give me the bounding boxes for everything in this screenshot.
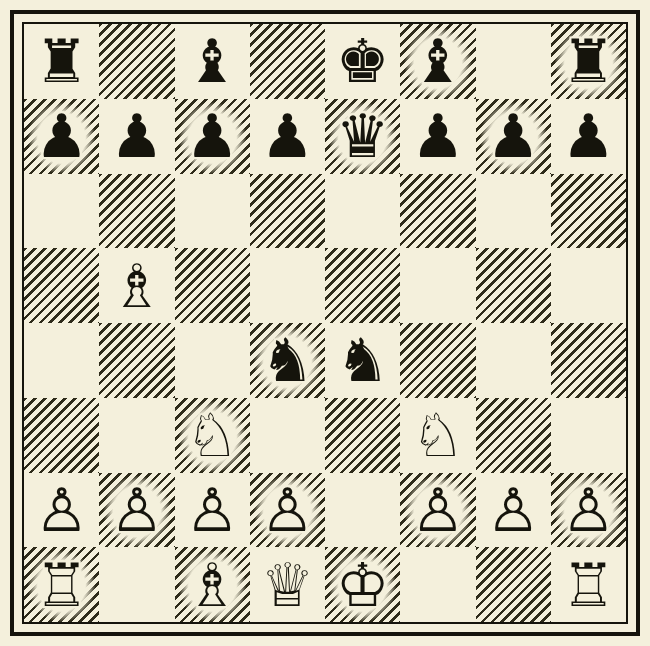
square-h2[interactable]: ♙ — [551, 473, 626, 548]
black-knight-d4[interactable]: ♞ — [250, 323, 325, 398]
black-rook-a8[interactable]: ♜ — [24, 24, 99, 99]
square-c6[interactable] — [175, 174, 250, 249]
square-b8[interactable] — [99, 24, 174, 99]
square-b3[interactable] — [99, 398, 174, 473]
square-b6[interactable] — [99, 174, 174, 249]
square-b4[interactable] — [99, 323, 174, 398]
black-queen-e7[interactable]: ♛ — [325, 99, 400, 174]
black-king-e8[interactable]: ♚ — [325, 24, 400, 99]
square-a2[interactable]: ♙ — [24, 473, 99, 548]
black-pawn-c7[interactable]: ♟ — [175, 99, 250, 174]
square-e1[interactable]: ♔ — [325, 547, 400, 622]
white-bishop-b5[interactable]: ♗ — [99, 248, 174, 323]
square-d8[interactable] — [250, 24, 325, 99]
white-knight-c3[interactable]: ♘ — [175, 398, 250, 473]
square-e7[interactable]: ♛ — [325, 99, 400, 174]
white-pawn-b2[interactable]: ♙ — [99, 473, 174, 548]
white-rook-a1[interactable]: ♖ — [24, 547, 99, 622]
square-g2[interactable]: ♙ — [476, 473, 551, 548]
square-g4[interactable] — [476, 323, 551, 398]
square-a8[interactable]: ♜ — [24, 24, 99, 99]
square-c8[interactable]: ♝ — [175, 24, 250, 99]
square-c3[interactable]: ♘ — [175, 398, 250, 473]
black-knight-e4[interactable]: ♞ — [325, 323, 400, 398]
square-d2[interactable]: ♙ — [250, 473, 325, 548]
square-h6[interactable] — [551, 174, 626, 249]
square-e5[interactable] — [325, 248, 400, 323]
square-d4[interactable]: ♞ — [250, 323, 325, 398]
square-g5[interactable] — [476, 248, 551, 323]
black-bishop-c8[interactable]: ♝ — [175, 24, 250, 99]
square-a6[interactable] — [24, 174, 99, 249]
black-pawn-b7[interactable]: ♟ — [99, 99, 174, 174]
square-c5[interactable] — [175, 248, 250, 323]
black-pawn-a7[interactable]: ♟ — [24, 99, 99, 174]
square-d6[interactable] — [250, 174, 325, 249]
square-f6[interactable] — [400, 174, 475, 249]
white-rook-h1[interactable]: ♖ — [551, 547, 626, 622]
square-c1[interactable]: ♗ — [175, 547, 250, 622]
square-b7[interactable]: ♟ — [99, 99, 174, 174]
white-queen-d1[interactable]: ♕ — [250, 547, 325, 622]
page-background: ♜♝♚♝♜♟♟♟♟♛♟♟♟♗♞♞♘♘♙♙♙♙♙♙♙♖♗♕♔♖ — [0, 0, 650, 646]
chess-board: ♜♝♚♝♜♟♟♟♟♛♟♟♟♗♞♞♘♘♙♙♙♙♙♙♙♖♗♕♔♖ — [24, 24, 626, 622]
square-h1[interactable]: ♖ — [551, 547, 626, 622]
square-h5[interactable] — [551, 248, 626, 323]
black-rook-h8[interactable]: ♜ — [551, 24, 626, 99]
white-king-e1[interactable]: ♔ — [325, 547, 400, 622]
square-e3[interactable] — [325, 398, 400, 473]
square-c7[interactable]: ♟ — [175, 99, 250, 174]
square-f1[interactable] — [400, 547, 475, 622]
square-g8[interactable] — [476, 24, 551, 99]
square-h3[interactable] — [551, 398, 626, 473]
square-a3[interactable] — [24, 398, 99, 473]
board-outer-frame: ♜♝♚♝♜♟♟♟♟♛♟♟♟♗♞♞♘♘♙♙♙♙♙♙♙♖♗♕♔♖ — [10, 10, 640, 636]
square-d3[interactable] — [250, 398, 325, 473]
square-d7[interactable]: ♟ — [250, 99, 325, 174]
square-c4[interactable] — [175, 323, 250, 398]
square-f7[interactable]: ♟ — [400, 99, 475, 174]
white-pawn-d2[interactable]: ♙ — [250, 473, 325, 548]
square-f5[interactable] — [400, 248, 475, 323]
white-pawn-f2[interactable]: ♙ — [400, 473, 475, 548]
square-e4[interactable]: ♞ — [325, 323, 400, 398]
square-g3[interactable] — [476, 398, 551, 473]
black-pawn-f7[interactable]: ♟ — [400, 99, 475, 174]
white-bishop-c1[interactable]: ♗ — [175, 547, 250, 622]
square-g6[interactable] — [476, 174, 551, 249]
square-e6[interactable] — [325, 174, 400, 249]
square-a1[interactable]: ♖ — [24, 547, 99, 622]
white-pawn-g2[interactable]: ♙ — [476, 473, 551, 548]
square-d5[interactable] — [250, 248, 325, 323]
square-b5[interactable]: ♗ — [99, 248, 174, 323]
black-pawn-d7[interactable]: ♟ — [250, 99, 325, 174]
square-f4[interactable] — [400, 323, 475, 398]
black-pawn-g7[interactable]: ♟ — [476, 99, 551, 174]
square-e8[interactable]: ♚ — [325, 24, 400, 99]
square-h4[interactable] — [551, 323, 626, 398]
square-f2[interactable]: ♙ — [400, 473, 475, 548]
square-c2[interactable]: ♙ — [175, 473, 250, 548]
square-f3[interactable]: ♘ — [400, 398, 475, 473]
square-d1[interactable]: ♕ — [250, 547, 325, 622]
white-pawn-h2[interactable]: ♙ — [551, 473, 626, 548]
square-f8[interactable]: ♝ — [400, 24, 475, 99]
square-b1[interactable] — [99, 547, 174, 622]
square-g7[interactable]: ♟ — [476, 99, 551, 174]
white-pawn-a2[interactable]: ♙ — [24, 473, 99, 548]
square-a7[interactable]: ♟ — [24, 99, 99, 174]
square-e2[interactable] — [325, 473, 400, 548]
square-h7[interactable]: ♟ — [551, 99, 626, 174]
white-pawn-c2[interactable]: ♙ — [175, 473, 250, 548]
white-knight-f3[interactable]: ♘ — [400, 398, 475, 473]
square-h8[interactable]: ♜ — [551, 24, 626, 99]
black-bishop-f8[interactable]: ♝ — [400, 24, 475, 99]
square-a5[interactable] — [24, 248, 99, 323]
square-b2[interactable]: ♙ — [99, 473, 174, 548]
black-pawn-h7[interactable]: ♟ — [551, 99, 626, 174]
square-g1[interactable] — [476, 547, 551, 622]
board-inner-frame: ♜♝♚♝♜♟♟♟♟♛♟♟♟♗♞♞♘♘♙♙♙♙♙♙♙♖♗♕♔♖ — [22, 22, 628, 624]
square-a4[interactable] — [24, 323, 99, 398]
